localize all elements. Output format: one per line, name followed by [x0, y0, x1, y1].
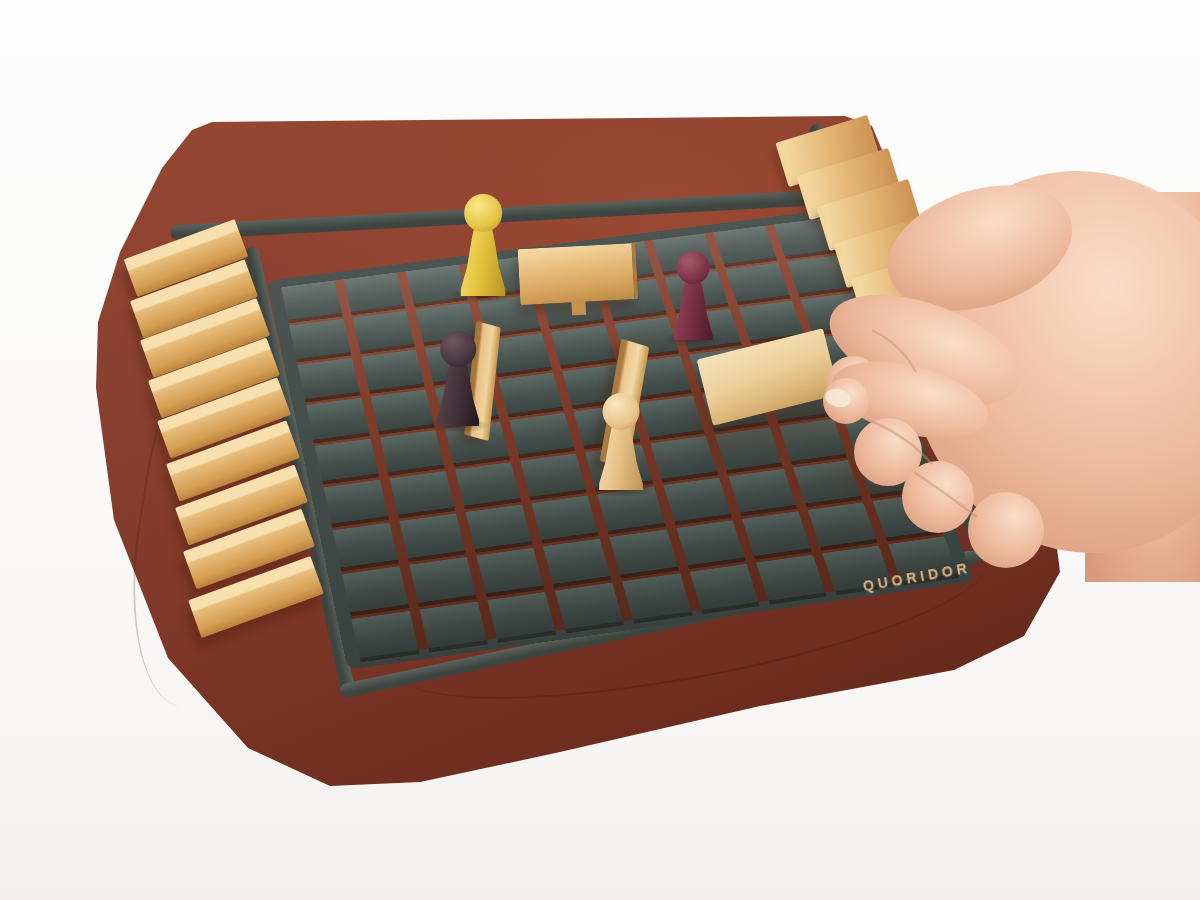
pawn-body [455, 224, 512, 296]
square[interactable] [543, 539, 610, 584]
photo-stage: QUORIDOR [0, 0, 1200, 900]
pawn-head [464, 194, 502, 232]
pawn-dark-brown[interactable] [431, 331, 485, 426]
pinky-curl [968, 492, 1044, 568]
square[interactable] [371, 389, 434, 431]
square[interactable] [315, 438, 379, 481]
square[interactable] [532, 496, 599, 540]
square[interactable] [610, 530, 678, 575]
pawn-natural[interactable] [593, 393, 649, 490]
square[interactable] [298, 358, 360, 399]
square[interactable] [455, 462, 520, 506]
square[interactable] [289, 319, 351, 359]
square[interactable] [342, 566, 408, 612]
square[interactable] [344, 273, 405, 312]
ring-finger-curl [902, 461, 974, 533]
wall-horizontal-ef-rows7-8[interactable] [518, 243, 639, 305]
square[interactable] [551, 325, 615, 365]
square[interactable] [399, 514, 465, 559]
square[interactable] [466, 505, 532, 550]
square[interactable] [351, 611, 418, 658]
square[interactable] [324, 480, 389, 524]
square[interactable] [409, 557, 476, 603]
square[interactable] [361, 349, 424, 390]
square[interactable] [333, 523, 399, 568]
pawn-yellow[interactable] [455, 194, 512, 296]
hand [700, 130, 1200, 650]
pawn-body [593, 421, 649, 490]
square[interactable] [622, 573, 691, 619]
square[interactable] [352, 311, 414, 351]
square[interactable] [499, 372, 563, 413]
square[interactable] [488, 592, 556, 639]
square[interactable] [510, 412, 575, 454]
square[interactable] [420, 602, 488, 649]
square[interactable] [555, 583, 623, 629]
square[interactable] [380, 430, 444, 473]
pawn-head [440, 331, 476, 367]
pawn-head [603, 393, 640, 430]
square[interactable] [281, 280, 342, 319]
square[interactable] [306, 398, 369, 440]
square[interactable] [521, 454, 587, 497]
square[interactable] [390, 471, 455, 515]
square[interactable] [477, 548, 544, 594]
pawn-body [431, 359, 485, 426]
